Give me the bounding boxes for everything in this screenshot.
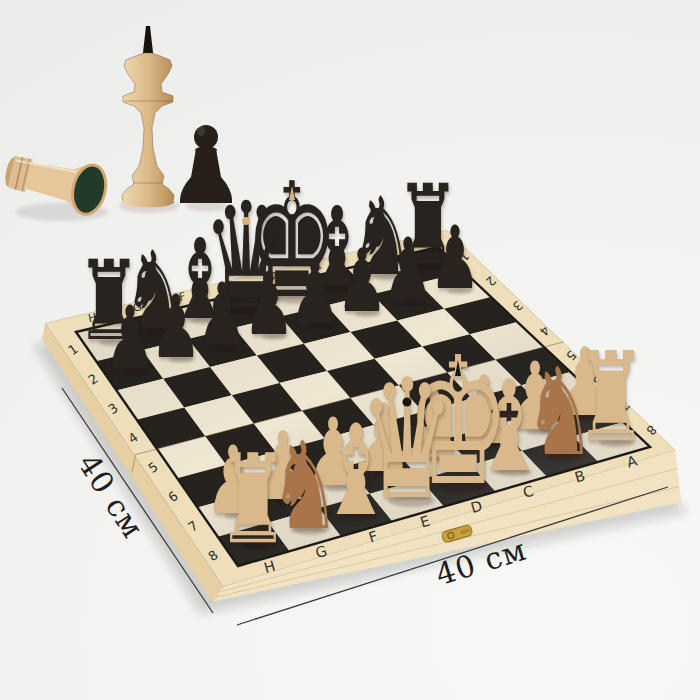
piece-shadow xyxy=(527,428,553,435)
piece-shadow xyxy=(355,311,379,317)
piece-shadow xyxy=(497,468,532,477)
piece-shadow xyxy=(577,414,603,421)
piece-shadow xyxy=(275,499,301,506)
piece-shadow xyxy=(548,453,582,461)
piece-shadow xyxy=(376,471,402,478)
piece-shadow xyxy=(373,273,403,281)
piece-shadow xyxy=(325,485,351,492)
chess-set-product-photo: 11HH22GG33FF44EE55DD66CC77BB88AA ♜♞♝♟♚♟♛… xyxy=(0,0,700,700)
piece-shadow xyxy=(308,323,332,329)
piece-shadow xyxy=(426,457,452,464)
board-and-scenery: 11HH22GG33FF44EE55DD66CC77BB88AA xyxy=(0,0,700,700)
piece-shadow xyxy=(169,357,193,363)
piece-shadow xyxy=(99,338,130,346)
piece-shadow xyxy=(241,541,275,550)
piece-shadow xyxy=(401,300,425,306)
piece-shadow xyxy=(438,480,488,492)
piece-shadow xyxy=(230,304,271,314)
piece-shadow xyxy=(418,262,449,270)
piece-shadow xyxy=(327,284,358,292)
piece-shadow xyxy=(145,328,175,336)
piece-shadow xyxy=(274,293,318,304)
piece-shadow xyxy=(447,288,471,294)
piece-shadow xyxy=(389,495,435,507)
piece-shadow xyxy=(122,368,146,374)
piece-shadow xyxy=(599,439,633,448)
piece-shadow xyxy=(190,317,221,325)
piece-shadow xyxy=(262,334,286,340)
piece-shadow xyxy=(293,526,327,534)
piece-shadow xyxy=(225,513,251,520)
piece-shadow xyxy=(343,512,378,521)
piece-shadow xyxy=(215,345,239,351)
loose-white-king xyxy=(122,26,174,208)
piece-shadow xyxy=(476,442,502,449)
loose-black-pawn xyxy=(180,125,232,203)
